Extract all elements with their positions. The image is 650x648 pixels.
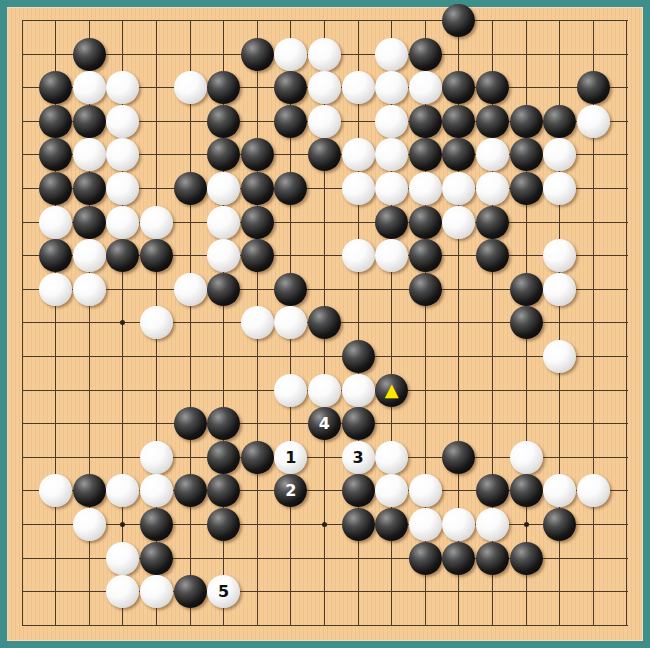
stone[interactable] xyxy=(375,105,408,138)
grid-line-horizontal xyxy=(22,20,628,21)
stone[interactable] xyxy=(476,239,509,272)
stone[interactable] xyxy=(241,206,274,239)
stone[interactable] xyxy=(510,306,543,339)
stone[interactable] xyxy=(342,474,375,507)
move-number-stone[interactable]: 3 xyxy=(342,441,375,474)
stone[interactable] xyxy=(174,71,207,104)
stone[interactable] xyxy=(274,38,307,71)
stone[interactable] xyxy=(308,38,341,71)
stone[interactable] xyxy=(342,138,375,171)
stone[interactable] xyxy=(73,105,106,138)
stone[interactable] xyxy=(409,542,442,575)
stone[interactable] xyxy=(543,172,576,205)
go-diagram: ▲41325 xyxy=(0,0,650,648)
stone[interactable] xyxy=(442,441,475,474)
stone[interactable] xyxy=(442,542,475,575)
stone[interactable] xyxy=(106,206,139,239)
stone[interactable] xyxy=(207,508,240,541)
stone[interactable] xyxy=(140,575,173,608)
stone[interactable] xyxy=(510,172,543,205)
stone[interactable] xyxy=(241,239,274,272)
stone[interactable] xyxy=(342,239,375,272)
stone[interactable] xyxy=(106,105,139,138)
stone[interactable] xyxy=(375,38,408,71)
stone[interactable] xyxy=(241,441,274,474)
stone[interactable] xyxy=(409,138,442,171)
stone[interactable] xyxy=(342,71,375,104)
grid-line-horizontal xyxy=(22,356,628,357)
stone[interactable] xyxy=(543,105,576,138)
stone[interactable] xyxy=(140,441,173,474)
stone[interactable] xyxy=(140,542,173,575)
grid-line-vertical xyxy=(190,21,191,627)
stone[interactable] xyxy=(409,273,442,306)
stone[interactable] xyxy=(207,172,240,205)
stone[interactable] xyxy=(409,38,442,71)
stone[interactable] xyxy=(342,172,375,205)
stone[interactable] xyxy=(510,105,543,138)
stone[interactable] xyxy=(409,206,442,239)
move-number-stone[interactable]: 1 xyxy=(274,441,307,474)
stone[interactable] xyxy=(140,508,173,541)
stone[interactable] xyxy=(375,172,408,205)
stone[interactable] xyxy=(543,340,576,373)
stone[interactable] xyxy=(308,374,341,407)
stone[interactable] xyxy=(476,542,509,575)
stone[interactable] xyxy=(442,105,475,138)
stone[interactable] xyxy=(375,206,408,239)
stone[interactable] xyxy=(73,239,106,272)
stone[interactable] xyxy=(207,105,240,138)
stone[interactable] xyxy=(241,172,274,205)
stone[interactable] xyxy=(442,206,475,239)
stone[interactable] xyxy=(39,172,72,205)
stone[interactable] xyxy=(409,71,442,104)
grid-line-vertical xyxy=(22,21,23,627)
stone[interactable] xyxy=(543,273,576,306)
stone[interactable] xyxy=(73,508,106,541)
stone[interactable] xyxy=(342,374,375,407)
stone[interactable] xyxy=(174,575,207,608)
stone[interactable] xyxy=(73,38,106,71)
stone[interactable] xyxy=(476,508,509,541)
stone[interactable] xyxy=(409,172,442,205)
stone[interactable] xyxy=(543,508,576,541)
stone[interactable] xyxy=(409,474,442,507)
stone[interactable] xyxy=(342,407,375,440)
stone[interactable] xyxy=(375,508,408,541)
stone[interactable] xyxy=(73,138,106,171)
stone[interactable] xyxy=(73,474,106,507)
stone[interactable] xyxy=(577,105,610,138)
stone[interactable] xyxy=(207,273,240,306)
stone[interactable] xyxy=(274,273,307,306)
stone[interactable] xyxy=(174,172,207,205)
triangle-mark-icon: ▲ xyxy=(375,374,408,405)
star-point xyxy=(322,522,327,527)
stone[interactable] xyxy=(476,71,509,104)
stone[interactable] xyxy=(308,71,341,104)
stone[interactable] xyxy=(510,273,543,306)
stone[interactable] xyxy=(174,474,207,507)
stone[interactable] xyxy=(140,206,173,239)
stone[interactable] xyxy=(342,508,375,541)
stone[interactable] xyxy=(174,273,207,306)
triangle-marked-stone[interactable]: ▲ xyxy=(375,374,408,407)
stone[interactable] xyxy=(510,138,543,171)
stone[interactable] xyxy=(577,71,610,104)
stone[interactable] xyxy=(207,206,240,239)
stone[interactable] xyxy=(510,474,543,507)
stone[interactable] xyxy=(241,138,274,171)
stone[interactable] xyxy=(409,239,442,272)
stone[interactable] xyxy=(106,542,139,575)
stone[interactable] xyxy=(39,105,72,138)
stone[interactable] xyxy=(510,441,543,474)
stone[interactable] xyxy=(476,206,509,239)
stone[interactable] xyxy=(308,105,341,138)
stone[interactable] xyxy=(577,474,610,507)
stone[interactable] xyxy=(73,206,106,239)
stone[interactable] xyxy=(476,172,509,205)
stone[interactable] xyxy=(73,71,106,104)
stone[interactable] xyxy=(375,441,408,474)
stone[interactable] xyxy=(476,105,509,138)
stone[interactable] xyxy=(274,374,307,407)
stone[interactable] xyxy=(39,206,72,239)
stone[interactable] xyxy=(409,508,442,541)
stone[interactable] xyxy=(274,105,307,138)
stone[interactable] xyxy=(241,306,274,339)
move-number-stone[interactable]: 4 xyxy=(308,407,341,440)
stone[interactable] xyxy=(207,441,240,474)
grid-line-horizontal xyxy=(22,625,628,626)
stone[interactable] xyxy=(73,273,106,306)
grid-line-vertical xyxy=(626,21,627,627)
stone[interactable] xyxy=(73,172,106,205)
stone[interactable] xyxy=(241,38,274,71)
star-point xyxy=(524,522,529,527)
stone[interactable] xyxy=(174,407,207,440)
stone[interactable] xyxy=(342,340,375,373)
stone[interactable] xyxy=(140,239,173,272)
stone[interactable] xyxy=(39,273,72,306)
stone[interactable] xyxy=(510,542,543,575)
stone[interactable] xyxy=(409,105,442,138)
